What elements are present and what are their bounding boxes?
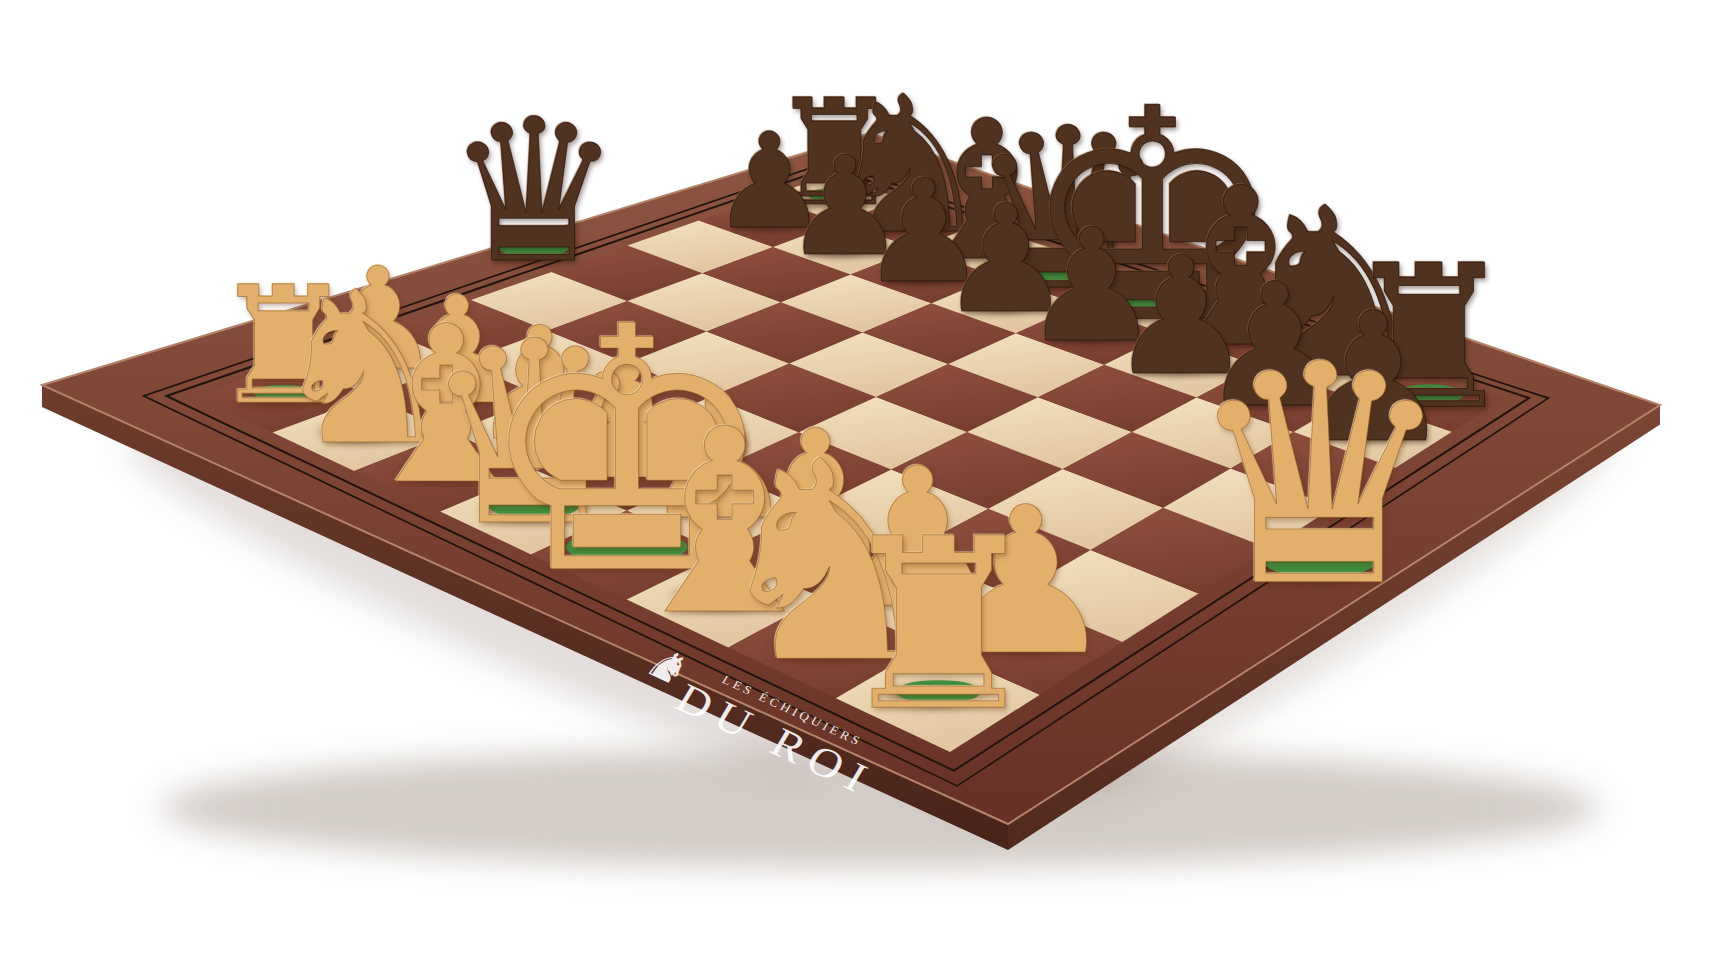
pieces-layer: ♜♞♝♛♚♝♞♜♟♟♟♟♟♟♟♟♟♟♟♟♟♟♟♟♜♞♝♛♚♝♞♜♛♛ <box>0 0 1709 959</box>
chess-set-product-photo: ♞ LES ÉCHIQUIERS DU ROI ♜♞♝♛♚♝♞♜♟♟♟♟♟♟♟♟… <box>0 0 1709 959</box>
white-queen: ♛ <box>1184 325 1457 629</box>
white-rook: ♜ <box>832 507 1044 744</box>
